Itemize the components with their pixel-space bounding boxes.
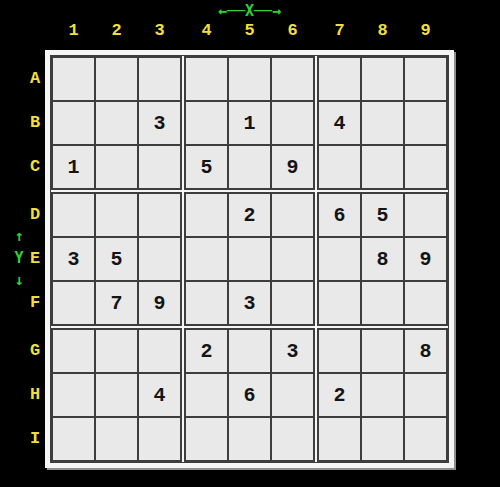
cell-D3[interactable] <box>139 194 180 236</box>
col-label-3: 3 <box>148 22 172 40</box>
cell-C4[interactable]: 5 <box>186 146 227 188</box>
cell-D5[interactable]: 2 <box>229 194 270 236</box>
box-1-1: 31 <box>51 56 182 190</box>
cell-G3[interactable] <box>139 330 180 372</box>
cell-A1[interactable] <box>53 58 94 100</box>
box-1-2: 159 <box>184 56 315 190</box>
cell-C6[interactable]: 9 <box>272 146 313 188</box>
cell-D8[interactable]: 5 <box>362 194 403 236</box>
col-label-2: 2 <box>105 22 129 40</box>
row-label-D: D <box>24 204 46 226</box>
cell-E5[interactable] <box>229 238 270 280</box>
cell-C9[interactable] <box>405 146 446 188</box>
cell-I7[interactable] <box>319 418 360 460</box>
cell-F9[interactable] <box>405 282 446 324</box>
col-label-7: 7 <box>328 22 352 40</box>
cell-I4[interactable] <box>186 418 227 460</box>
col-label-4: 4 <box>195 22 219 40</box>
cell-H8[interactable] <box>362 374 403 416</box>
board-grid: 3115943579236589423682 <box>50 55 449 463</box>
cell-D6[interactable] <box>272 194 313 236</box>
cell-C5[interactable] <box>229 146 270 188</box>
cell-E2[interactable]: 5 <box>96 238 137 280</box>
cell-F5[interactable]: 3 <box>229 282 270 324</box>
cell-A5[interactable] <box>229 58 270 100</box>
cell-G2[interactable] <box>96 330 137 372</box>
cell-D1[interactable] <box>53 194 94 236</box>
cell-I9[interactable] <box>405 418 446 460</box>
cell-I1[interactable] <box>53 418 94 460</box>
cell-G5[interactable] <box>229 330 270 372</box>
board-frame: 3115943579236589423682 <box>45 50 454 468</box>
box-1-3: 4 <box>317 56 448 190</box>
cell-B3[interactable]: 3 <box>139 102 180 144</box>
row-label-E: E <box>24 248 46 270</box>
cell-A2[interactable] <box>96 58 137 100</box>
row-label-I: I <box>24 428 46 450</box>
cell-I2[interactable] <box>96 418 137 460</box>
cell-F3[interactable]: 9 <box>139 282 180 324</box>
cell-G6[interactable]: 3 <box>272 330 313 372</box>
cell-I5[interactable] <box>229 418 270 460</box>
cell-H5[interactable]: 6 <box>229 374 270 416</box>
cell-E1[interactable]: 3 <box>53 238 94 280</box>
cell-E9[interactable]: 9 <box>405 238 446 280</box>
cell-G4[interactable]: 2 <box>186 330 227 372</box>
row-label-A: A <box>24 68 46 90</box>
cell-A4[interactable] <box>186 58 227 100</box>
cell-I3[interactable] <box>139 418 180 460</box>
cell-E4[interactable] <box>186 238 227 280</box>
cell-H1[interactable] <box>53 374 94 416</box>
cell-H3[interactable]: 4 <box>139 374 180 416</box>
cell-F8[interactable] <box>362 282 403 324</box>
row-label-C: C <box>24 156 46 178</box>
cell-I6[interactable] <box>272 418 313 460</box>
cell-A6[interactable] <box>272 58 313 100</box>
cell-A9[interactable] <box>405 58 446 100</box>
box-2-3: 6589 <box>317 192 448 326</box>
cell-C2[interactable] <box>96 146 137 188</box>
col-label-6: 6 <box>281 22 305 40</box>
cell-C3[interactable] <box>139 146 180 188</box>
cell-G7[interactable] <box>319 330 360 372</box>
cell-G9[interactable]: 8 <box>405 330 446 372</box>
cell-G8[interactable] <box>362 330 403 372</box>
x-axis-indicator: ←──X──→ <box>189 3 310 20</box>
cell-F4[interactable] <box>186 282 227 324</box>
row-label-F: F <box>24 292 46 314</box>
cell-F7[interactable] <box>319 282 360 324</box>
cell-D7[interactable]: 6 <box>319 194 360 236</box>
cell-G1[interactable] <box>53 330 94 372</box>
cell-D4[interactable] <box>186 194 227 236</box>
col-label-1: 1 <box>62 22 86 40</box>
cell-H6[interactable] <box>272 374 313 416</box>
cell-H9[interactable] <box>405 374 446 416</box>
cell-B6[interactable] <box>272 102 313 144</box>
cell-E7[interactable] <box>319 238 360 280</box>
cell-D2[interactable] <box>96 194 137 236</box>
cell-B7[interactable]: 4 <box>319 102 360 144</box>
cell-A3[interactable] <box>139 58 180 100</box>
cell-H7[interactable]: 2 <box>319 374 360 416</box>
col-label-8: 8 <box>371 22 395 40</box>
box-2-2: 23 <box>184 192 315 326</box>
box-3-2: 236 <box>184 328 315 462</box>
cell-B2[interactable] <box>96 102 137 144</box>
sudoku-screen: ←──X──→ ↑ Y ↓ 123456789 ABCDEFGHI 311594… <box>0 0 500 487</box>
row-label-B: B <box>24 112 46 134</box>
cell-E6[interactable] <box>272 238 313 280</box>
cell-B5[interactable]: 1 <box>229 102 270 144</box>
box-2-1: 3579 <box>51 192 182 326</box>
cell-B9[interactable] <box>405 102 446 144</box>
box-3-1: 4 <box>51 328 182 462</box>
cell-H4[interactable] <box>186 374 227 416</box>
col-label-5: 5 <box>238 22 262 40</box>
cell-B8[interactable] <box>362 102 403 144</box>
cell-A8[interactable] <box>362 58 403 100</box>
cell-E8[interactable]: 8 <box>362 238 403 280</box>
box-3-3: 82 <box>317 328 448 462</box>
cell-E3[interactable] <box>139 238 180 280</box>
cell-B1[interactable] <box>53 102 94 144</box>
row-label-H: H <box>24 384 46 406</box>
cell-C7[interactable] <box>319 146 360 188</box>
cell-F1[interactable] <box>53 282 94 324</box>
cell-H2[interactable] <box>96 374 137 416</box>
row-label-G: G <box>24 340 46 362</box>
y-axis-down-arrow-icon: ↓ <box>8 269 30 291</box>
cell-C1[interactable]: 1 <box>53 146 94 188</box>
col-label-9: 9 <box>414 22 438 40</box>
cell-F6[interactable] <box>272 282 313 324</box>
cell-C8[interactable] <box>362 146 403 188</box>
cell-A7[interactable] <box>319 58 360 100</box>
y-axis-up-arrow-icon: ↑ <box>8 225 30 247</box>
cell-I8[interactable] <box>362 418 403 460</box>
cell-F2[interactable]: 7 <box>96 282 137 324</box>
cell-D9[interactable] <box>405 194 446 236</box>
cell-B4[interactable] <box>186 102 227 144</box>
